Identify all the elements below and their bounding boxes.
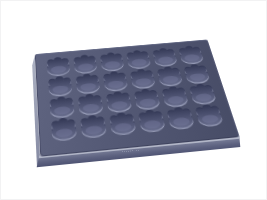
baking-tray-top xyxy=(34,39,239,156)
cavity-r2-c2 xyxy=(75,73,100,95)
cavity-grid xyxy=(34,39,239,156)
cavity-r3-c2 xyxy=(77,93,103,116)
cavity-r2-c5 xyxy=(156,66,183,87)
cavity-r3-c6 xyxy=(188,83,217,106)
cavity-r4-c4 xyxy=(137,109,166,133)
cavity-r2-c1 xyxy=(47,75,72,97)
cavity-r3-c5 xyxy=(161,85,189,108)
cavity-r1-c4 xyxy=(125,49,151,69)
cavity-r2-c3 xyxy=(102,70,128,92)
cavity-r1-c6 xyxy=(177,45,204,65)
cavity-r4-c6 xyxy=(194,104,224,128)
cavity-r4-c3 xyxy=(108,112,136,137)
cavity-r3-c3 xyxy=(105,90,132,113)
product-photo: ······ ·· xyxy=(0,0,267,200)
cavity-r4-c2 xyxy=(79,114,106,139)
cavity-r2-c4 xyxy=(129,68,156,90)
cavity-r1-c1 xyxy=(46,56,70,77)
cavity-r1-c2 xyxy=(73,54,98,75)
cavity-r1-c3 xyxy=(99,52,124,72)
cavity-r3-c4 xyxy=(133,88,161,111)
cavity-r1-c5 xyxy=(151,47,177,67)
cavity-r2-c6 xyxy=(182,63,210,84)
cavity-r3-c1 xyxy=(49,95,74,118)
cavity-r4-c5 xyxy=(166,106,195,130)
cavity-r4-c1 xyxy=(50,117,76,142)
